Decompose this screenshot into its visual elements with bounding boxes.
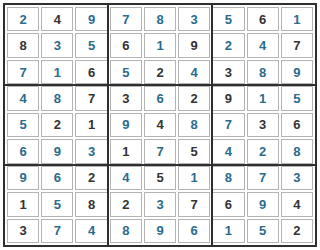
cell-r7c4[interactable]: 4 (110, 166, 142, 190)
cell-r2c1[interactable]: 8 (7, 33, 39, 57)
cell-r9c3[interactable]: 4 (75, 219, 107, 243)
cell-r1c1[interactable]: 2 (7, 7, 39, 31)
cell-r9c4[interactable]: 8 (110, 219, 142, 243)
cell-r4c2[interactable]: 8 (41, 86, 73, 110)
cell-r9c5[interactable]: 9 (144, 219, 176, 243)
cell-r8c8[interactable]: 9 (247, 192, 250, 216)
cell-r1c7[interactable]: 5 (212, 7, 244, 31)
cell-r7c8[interactable]: 7 (247, 166, 250, 190)
cell-r2c7[interactable]: 2 (212, 33, 244, 57)
cell-r3c7[interactable]: 3 (212, 60, 244, 84)
cell-r6c4[interactable]: 1 (110, 139, 142, 163)
cell-r6c1[interactable]: 6 (7, 139, 39, 163)
cell-r8c2[interactable]: 5 (41, 192, 73, 216)
cell-r6c2[interactable]: 9 (41, 139, 73, 163)
cell-r6c6[interactable]: 5 (178, 139, 210, 163)
cell-r3c1[interactable]: 7 (7, 60, 39, 84)
cell-r7c6[interactable]: 1 (178, 166, 210, 190)
cell-r8c5[interactable]: 3 (144, 192, 176, 216)
cell-r1c5[interactable]: 8 (144, 7, 176, 31)
cell-r2c8[interactable]: 4 (247, 33, 250, 57)
cell-r8c1[interactable]: 1 (7, 192, 39, 216)
cell-r3c4[interactable]: 5 (110, 60, 142, 84)
sudoku-board: 2497835618356192477165243894873629155219… (3, 3, 250, 247)
cell-r4c3[interactable]: 7 (75, 86, 107, 110)
cell-r7c2[interactable]: 6 (41, 166, 73, 190)
cell-r4c4[interactable]: 3 (110, 86, 142, 110)
cell-r8c7[interactable]: 6 (212, 192, 244, 216)
cell-r1c4[interactable]: 7 (110, 7, 142, 31)
cell-r5c3[interactable]: 1 (75, 113, 107, 137)
sudoku-board-wrap: 2497835618356192477165243894873629155219… (3, 3, 250, 247)
cell-r3c6[interactable]: 4 (178, 60, 210, 84)
cell-r4c6[interactable]: 2 (178, 86, 210, 110)
cell-r8c3[interactable]: 8 (75, 192, 107, 216)
cell-r7c1[interactable]: 9 (7, 166, 39, 190)
cell-r2c3[interactable]: 5 (75, 33, 107, 57)
cell-r6c3[interactable]: 3 (75, 139, 107, 163)
cell-r1c3[interactable]: 9 (75, 7, 107, 31)
cell-r5c6[interactable]: 8 (178, 113, 210, 137)
cell-r1c2[interactable]: 4 (41, 7, 73, 31)
cell-r2c2[interactable]: 3 (41, 33, 73, 57)
cell-r4c8[interactable]: 1 (247, 86, 250, 110)
cell-r9c6[interactable]: 6 (178, 219, 210, 243)
cell-r7c5[interactable]: 5 (144, 166, 176, 190)
cell-r7c3[interactable]: 2 (75, 166, 107, 190)
cell-r1c6[interactable]: 3 (178, 7, 210, 31)
cell-r9c2[interactable]: 7 (41, 219, 73, 243)
cell-r5c1[interactable]: 5 (7, 113, 39, 137)
cell-r3c5[interactable]: 2 (144, 60, 176, 84)
cell-r3c3[interactable]: 6 (75, 60, 107, 84)
cell-r6c7[interactable]: 4 (212, 139, 244, 163)
cell-r8c4[interactable]: 2 (110, 192, 142, 216)
cell-r9c1[interactable]: 3 (7, 219, 39, 243)
cell-r4c7[interactable]: 9 (212, 86, 244, 110)
cell-r4c1[interactable]: 4 (7, 86, 39, 110)
cell-r5c4[interactable]: 9 (110, 113, 142, 137)
cell-r5c5[interactable]: 4 (144, 113, 176, 137)
cell-r4c5[interactable]: 6 (144, 86, 176, 110)
cell-r7c7[interactable]: 8 (212, 166, 244, 190)
cell-r5c8[interactable]: 3 (247, 113, 250, 137)
cell-r3c2[interactable]: 1 (41, 60, 73, 84)
cell-r2c6[interactable]: 9 (178, 33, 210, 57)
cell-r5c2[interactable]: 2 (41, 113, 73, 137)
cell-r6c5[interactable]: 7 (144, 139, 176, 163)
cell-r9c7[interactable]: 1 (212, 219, 244, 243)
cell-r6c8[interactable]: 2 (247, 139, 250, 163)
cell-r8c6[interactable]: 7 (178, 192, 210, 216)
cell-r2c4[interactable]: 6 (110, 33, 142, 57)
cell-r5c7[interactable]: 7 (212, 113, 244, 137)
cell-r3c8[interactable]: 8 (247, 60, 250, 84)
cell-r1c8[interactable]: 6 (247, 7, 250, 31)
cell-r2c5[interactable]: 1 (144, 33, 176, 57)
cell-r9c8[interactable]: 5 (247, 219, 250, 243)
